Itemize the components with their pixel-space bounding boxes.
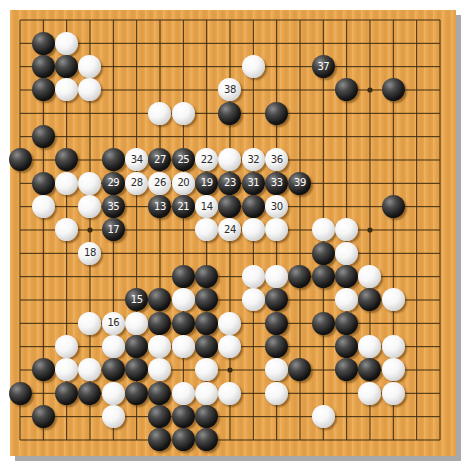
move-number: 23 [224,178,236,188]
white-stone [242,265,265,288]
black-stone [265,312,288,335]
black-stone [125,382,148,405]
move-number: 15 [131,295,143,305]
move-number: 34 [131,155,143,165]
white-stone [102,405,125,428]
white-stone [125,312,148,335]
white-stone [55,32,78,55]
black-stone [172,405,195,428]
white-stone [265,382,288,405]
white-stone [242,55,265,78]
black-stone [312,265,335,288]
black-stone [382,195,405,218]
move-number: 17 [107,225,119,235]
move-number: 21 [177,202,189,212]
black-stone: 31 [242,172,265,195]
black-stone: 21 [172,195,195,218]
black-stone [242,195,265,218]
move-number: 36 [271,155,283,165]
move-number: 31 [247,178,259,188]
white-stone [55,172,78,195]
black-stone [312,242,335,265]
move-number: 27 [154,155,166,165]
white-stone [172,382,195,405]
move-number: 39 [294,178,306,188]
black-stone [32,172,55,195]
move-number: 38 [224,85,236,95]
move-number: 13 [154,202,166,212]
white-stone [172,102,195,125]
white-stone [382,335,405,358]
star-point [87,227,92,232]
white-stone [172,335,195,358]
black-stone [32,405,55,428]
black-stone [9,148,32,171]
white-stone [335,242,358,265]
move-number: 32 [247,155,259,165]
move-number: 30 [271,202,283,212]
move-number: 25 [177,155,189,165]
black-stone [172,265,195,288]
white-stone [382,382,405,405]
black-stone [195,312,218,335]
star-point [367,87,372,92]
black-stone [312,312,335,335]
white-stone: 16 [102,312,125,335]
black-stone: 35 [102,195,125,218]
black-stone [32,125,55,148]
black-stone: 29 [102,172,125,195]
white-stone: 20 [172,172,195,195]
star-point [367,227,372,232]
move-number: 18 [84,248,96,258]
move-number: 19 [201,178,213,188]
black-stone [335,312,358,335]
white-stone [32,195,55,218]
move-number: 35 [107,202,119,212]
move-number: 28 [131,178,143,188]
black-stone [9,382,32,405]
go-board[interactable]: 3738342725223236292826201923313339351321… [10,10,456,456]
black-stone: 19 [195,172,218,195]
move-number: 14 [201,202,213,212]
move-number: 16 [107,318,119,328]
black-stone [55,382,78,405]
black-stone [32,32,55,55]
white-stone [102,382,125,405]
move-number: 22 [201,155,213,165]
white-stone [195,382,218,405]
star-point [227,367,232,372]
white-stone [102,335,125,358]
black-stone: 37 [312,55,335,78]
move-number: 20 [177,178,189,188]
black-stone [265,102,288,125]
black-stone: 33 [265,172,288,195]
black-stone [32,55,55,78]
move-number: 29 [107,178,119,188]
move-number: 26 [154,178,166,188]
black-stone [172,312,195,335]
move-number: 37 [317,62,329,72]
white-stone: 28 [125,172,148,195]
go-game-screenshot: { "game": "go", "board_size": 19, "coord… [0,0,465,465]
move-number: 24 [224,225,236,235]
move-number: 33 [271,178,283,188]
white-stone [312,405,335,428]
